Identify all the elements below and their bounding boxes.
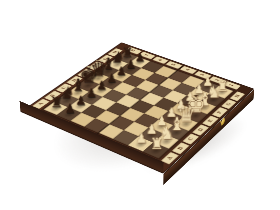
white-rook-a1[interactable]: ♜ [143, 136, 169, 151]
photo-canvas: ABCDEFGH ABCDEFGH 87654321 87654321 ♜♞♝♚… [0, 0, 280, 210]
scene: ABCDEFGH ABCDEFGH 87654321 87654321 ♜♞♝♚… [0, 0, 280, 210]
black-pawn-a7[interactable]: ♟ [57, 103, 82, 115]
chess-board: ABCDEFGH ABCDEFGH 87654321 87654321 ♜♞♝♚… [20, 42, 254, 174]
